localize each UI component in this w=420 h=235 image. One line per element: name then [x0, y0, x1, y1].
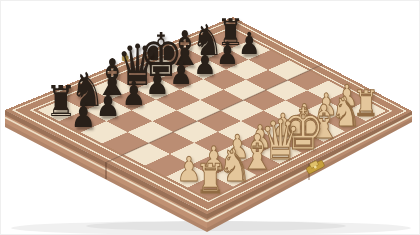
piece-black-pawn-d7[interactable]: ♟: [144, 67, 171, 100]
piece-white-rook-a1[interactable]: ♜: [194, 159, 227, 200]
pieces-layer: ♜♞♟♝♟♚♟♛♟♝♟♞♟♟♜♟♟♜♞♟♟♝♟♚♟♛♟♝♟♞♟♜: [1, 1, 419, 234]
piece-black-pawn-a7[interactable]: ♟: [69, 98, 98, 133]
piece-black-pawn-f7[interactable]: ♟: [192, 48, 218, 80]
piece-black-pawn-g7[interactable]: ♟: [215, 38, 240, 69]
piece-black-pawn-h7[interactable]: ♟: [237, 29, 262, 60]
piece-black-pawn-b7[interactable]: ♟: [94, 87, 122, 121]
chess-box-scene: ♜♞♟♝♟♚♟♛♟♝♟♞♟♟♜♟♟♜♞♟♟♝♟♚♟♛♟♝♟♞♟♜: [0, 0, 420, 235]
piece-black-pawn-e7[interactable]: ♟: [168, 57, 194, 89]
piece-black-pawn-c7[interactable]: ♟: [120, 77, 147, 111]
